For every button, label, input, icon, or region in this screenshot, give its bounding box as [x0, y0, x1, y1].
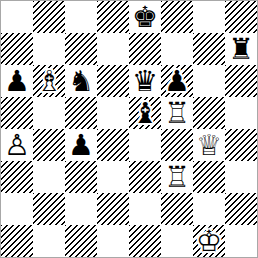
square-d3[interactable] — [97, 161, 129, 193]
square-g1[interactable]: ♚♔ — [193, 225, 225, 257]
square-d7[interactable] — [97, 33, 129, 65]
chess-board-frame: ♚♚♜♜♟♟♝♗♞♞♛♛♟♟♝♝♜♖♟♙♟♟♛♕♜♖♚♔ — [0, 0, 258, 258]
square-g2[interactable] — [193, 193, 225, 225]
square-h3[interactable] — [225, 161, 257, 193]
square-d5[interactable] — [97, 97, 129, 129]
square-f5[interactable]: ♜♖ — [161, 97, 193, 129]
white-pawn-piece-icon[interactable]: ♟♙ — [1, 129, 33, 161]
square-b7[interactable] — [33, 33, 65, 65]
black-bishop-glyph: ♝ — [129, 97, 161, 129]
square-d6[interactable] — [97, 65, 129, 97]
black-king-glyph: ♚ — [129, 1, 161, 33]
white-pawn-glyph: ♙ — [1, 129, 33, 161]
square-c6[interactable]: ♞♞ — [65, 65, 97, 97]
white-bishop-piece-icon[interactable]: ♝♗ — [33, 65, 65, 97]
square-f4[interactable] — [161, 129, 193, 161]
square-f2[interactable] — [161, 193, 193, 225]
square-g4[interactable]: ♛♕ — [193, 129, 225, 161]
square-b3[interactable] — [33, 161, 65, 193]
square-b4[interactable] — [33, 129, 65, 161]
square-a6[interactable]: ♟♟ — [1, 65, 33, 97]
white-queen-glyph: ♕ — [193, 129, 225, 161]
square-a2[interactable] — [1, 193, 33, 225]
black-queen-glyph: ♛ — [129, 65, 161, 97]
white-rook-glyph: ♖ — [161, 97, 193, 129]
white-rook-piece-icon[interactable]: ♜♖ — [161, 97, 193, 129]
square-g6[interactable] — [193, 65, 225, 97]
square-a7[interactable] — [1, 33, 33, 65]
square-h4[interactable] — [225, 129, 257, 161]
white-king-piece-icon[interactable]: ♚♔ — [193, 225, 225, 257]
square-d4[interactable] — [97, 129, 129, 161]
square-c2[interactable] — [65, 193, 97, 225]
white-queen-piece-icon[interactable]: ♛♕ — [193, 129, 225, 161]
white-rook-glyph: ♖ — [161, 161, 193, 193]
white-rook-piece-icon[interactable]: ♜♖ — [161, 161, 193, 193]
square-e6[interactable]: ♛♛ — [129, 65, 161, 97]
square-f3[interactable]: ♜♖ — [161, 161, 193, 193]
square-e4[interactable] — [129, 129, 161, 161]
black-pawn-piece-icon[interactable]: ♟♟ — [1, 65, 33, 97]
square-a8[interactable] — [1, 1, 33, 33]
square-b2[interactable] — [33, 193, 65, 225]
square-e1[interactable] — [129, 225, 161, 257]
square-d1[interactable] — [97, 225, 129, 257]
chess-board: ♚♚♜♜♟♟♝♗♞♞♛♛♟♟♝♝♜♖♟♙♟♟♛♕♜♖♚♔ — [1, 1, 257, 257]
square-f6[interactable]: ♟♟ — [161, 65, 193, 97]
square-f7[interactable] — [161, 33, 193, 65]
square-h8[interactable] — [225, 1, 257, 33]
square-d8[interactable] — [97, 1, 129, 33]
square-c7[interactable] — [65, 33, 97, 65]
square-a1[interactable] — [1, 225, 33, 257]
square-h2[interactable] — [225, 193, 257, 225]
square-g5[interactable] — [193, 97, 225, 129]
square-a5[interactable] — [1, 97, 33, 129]
square-b1[interactable] — [33, 225, 65, 257]
white-bishop-glyph: ♗ — [33, 65, 65, 97]
square-h5[interactable] — [225, 97, 257, 129]
black-knight-glyph: ♞ — [65, 65, 97, 97]
square-h1[interactable] — [225, 225, 257, 257]
square-b6[interactable]: ♝♗ — [33, 65, 65, 97]
square-a4[interactable]: ♟♙ — [1, 129, 33, 161]
black-pawn-piece-icon[interactable]: ♟♟ — [161, 65, 193, 97]
square-h6[interactable] — [225, 65, 257, 97]
square-d2[interactable] — [97, 193, 129, 225]
black-rook-glyph: ♜ — [225, 33, 257, 65]
square-c3[interactable] — [65, 161, 97, 193]
square-b5[interactable] — [33, 97, 65, 129]
square-c1[interactable] — [65, 225, 97, 257]
black-rook-piece-icon[interactable]: ♜♜ — [225, 33, 257, 65]
white-king-glyph: ♔ — [193, 225, 225, 257]
black-queen-piece-icon[interactable]: ♛♛ — [129, 65, 161, 97]
square-h7[interactable]: ♜♜ — [225, 33, 257, 65]
black-bishop-piece-icon[interactable]: ♝♝ — [129, 97, 161, 129]
square-e2[interactable] — [129, 193, 161, 225]
black-king-piece-icon[interactable]: ♚♚ — [129, 1, 161, 33]
square-e3[interactable] — [129, 161, 161, 193]
black-knight-piece-icon[interactable]: ♞♞ — [65, 65, 97, 97]
square-e7[interactable] — [129, 33, 161, 65]
square-e5[interactable]: ♝♝ — [129, 97, 161, 129]
square-c4[interactable]: ♟♟ — [65, 129, 97, 161]
square-a3[interactable] — [1, 161, 33, 193]
square-f8[interactable] — [161, 1, 193, 33]
square-b8[interactable] — [33, 1, 65, 33]
square-g3[interactable] — [193, 161, 225, 193]
black-pawn-glyph: ♟ — [1, 65, 33, 97]
square-f1[interactable] — [161, 225, 193, 257]
square-g8[interactable] — [193, 1, 225, 33]
square-c8[interactable] — [65, 1, 97, 33]
square-c5[interactable] — [65, 97, 97, 129]
black-pawn-glyph: ♟ — [65, 129, 97, 161]
square-g7[interactable] — [193, 33, 225, 65]
square-e8[interactable]: ♚♚ — [129, 1, 161, 33]
black-pawn-glyph: ♟ — [161, 65, 193, 97]
black-pawn-piece-icon[interactable]: ♟♟ — [65, 129, 97, 161]
